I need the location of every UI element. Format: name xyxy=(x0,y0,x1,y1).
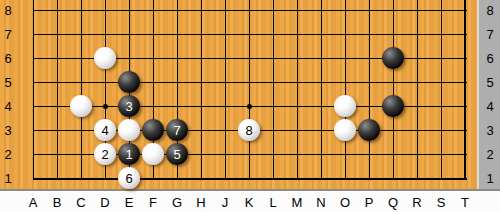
stone-black-E5 xyxy=(118,71,140,93)
stone-white-D3: 4 xyxy=(94,119,116,141)
grid-line-v-B xyxy=(57,0,58,180)
grid-line-v-S xyxy=(441,0,442,180)
row-label-right-7: 7 xyxy=(486,27,493,42)
star-point-D4 xyxy=(103,104,108,109)
col-label-T: T xyxy=(461,195,469,210)
col-label-F: F xyxy=(149,195,157,210)
grid-line-v-K xyxy=(249,0,250,180)
row-label-left-6: 6 xyxy=(4,51,11,66)
col-label-D: D xyxy=(100,195,109,210)
row-label-right-4: 4 xyxy=(486,99,493,114)
row-label-left-2: 2 xyxy=(4,147,11,162)
grid-line-h-8 xyxy=(33,10,467,11)
grid-line-v-H xyxy=(201,0,202,180)
grid-line-v-T xyxy=(464,0,466,180)
stone-white-O3 xyxy=(334,119,356,141)
stone-black-Q4 xyxy=(382,95,404,117)
grid-line-h-7 xyxy=(33,34,467,35)
row-label-left-3: 3 xyxy=(4,123,11,138)
stone-white-D6 xyxy=(94,47,116,69)
row-label-right-3: 3 xyxy=(486,123,493,138)
grid-line-v-J xyxy=(225,0,226,180)
stone-white-E1: 6 xyxy=(118,167,140,189)
col-label-H: H xyxy=(196,195,205,210)
stone-black-E2: 1 xyxy=(118,143,140,165)
grid-line-v-M xyxy=(297,0,298,180)
stone-white-D2: 2 xyxy=(94,143,116,165)
col-label-A: A xyxy=(29,195,38,210)
stone-white-O4 xyxy=(334,95,356,117)
stone-black-F3 xyxy=(142,119,164,141)
col-label-J: J xyxy=(222,195,229,210)
grid-line-v-O xyxy=(345,0,346,180)
grid-line-v-L xyxy=(273,0,274,180)
grid-line-h-5 xyxy=(33,82,467,83)
row-label-left-7: 7 xyxy=(4,27,11,42)
row-label-left-1: 1 xyxy=(4,171,11,186)
row-label-right-2: 2 xyxy=(486,147,493,162)
grid-line-v-Q xyxy=(393,0,394,180)
row-label-left-8: 8 xyxy=(4,3,11,18)
row-label-right-5: 5 xyxy=(486,75,493,90)
stone-black-G3: 7 xyxy=(166,119,188,141)
grid-line-v-P xyxy=(369,0,370,180)
board-wood-surface[interactable] xyxy=(0,0,479,189)
stone-white-C4 xyxy=(70,95,92,117)
row-label-right-6: 6 xyxy=(486,51,493,66)
col-label-G: G xyxy=(172,195,182,210)
col-label-E: E xyxy=(125,195,134,210)
col-label-R: R xyxy=(412,195,421,210)
go-board-screenshot: 34782156 8877665544332211ABCDEFGHJKLMNOP… xyxy=(0,0,500,212)
stone-black-Q6 xyxy=(382,47,404,69)
stone-white-K3: 8 xyxy=(238,119,260,141)
grid-line-h-1 xyxy=(33,178,467,180)
col-label-C: C xyxy=(76,195,85,210)
row-label-left-4: 4 xyxy=(4,99,11,114)
grid-line-v-R xyxy=(417,0,418,180)
col-label-M: M xyxy=(292,195,303,210)
stone-black-P3 xyxy=(358,119,380,141)
stone-white-F2 xyxy=(142,143,164,165)
col-label-B: B xyxy=(53,195,62,210)
col-label-N: N xyxy=(316,195,325,210)
grid-line-v-A xyxy=(33,0,34,180)
stone-black-E4: 3 xyxy=(118,95,140,117)
col-label-L: L xyxy=(269,195,276,210)
col-label-P: P xyxy=(365,195,374,210)
star-point-K4 xyxy=(247,104,252,109)
col-label-S: S xyxy=(437,195,446,210)
row-label-left-5: 5 xyxy=(4,75,11,90)
grid-line-v-C xyxy=(81,0,82,180)
row-label-right-8: 8 xyxy=(486,3,493,18)
stone-black-G2: 5 xyxy=(166,143,188,165)
row-label-right-1: 1 xyxy=(486,171,493,186)
stone-white-E3 xyxy=(118,119,140,141)
col-label-K: K xyxy=(245,195,254,210)
grid-line-v-N xyxy=(321,0,322,180)
col-label-Q: Q xyxy=(388,195,398,210)
col-label-O: O xyxy=(340,195,350,210)
